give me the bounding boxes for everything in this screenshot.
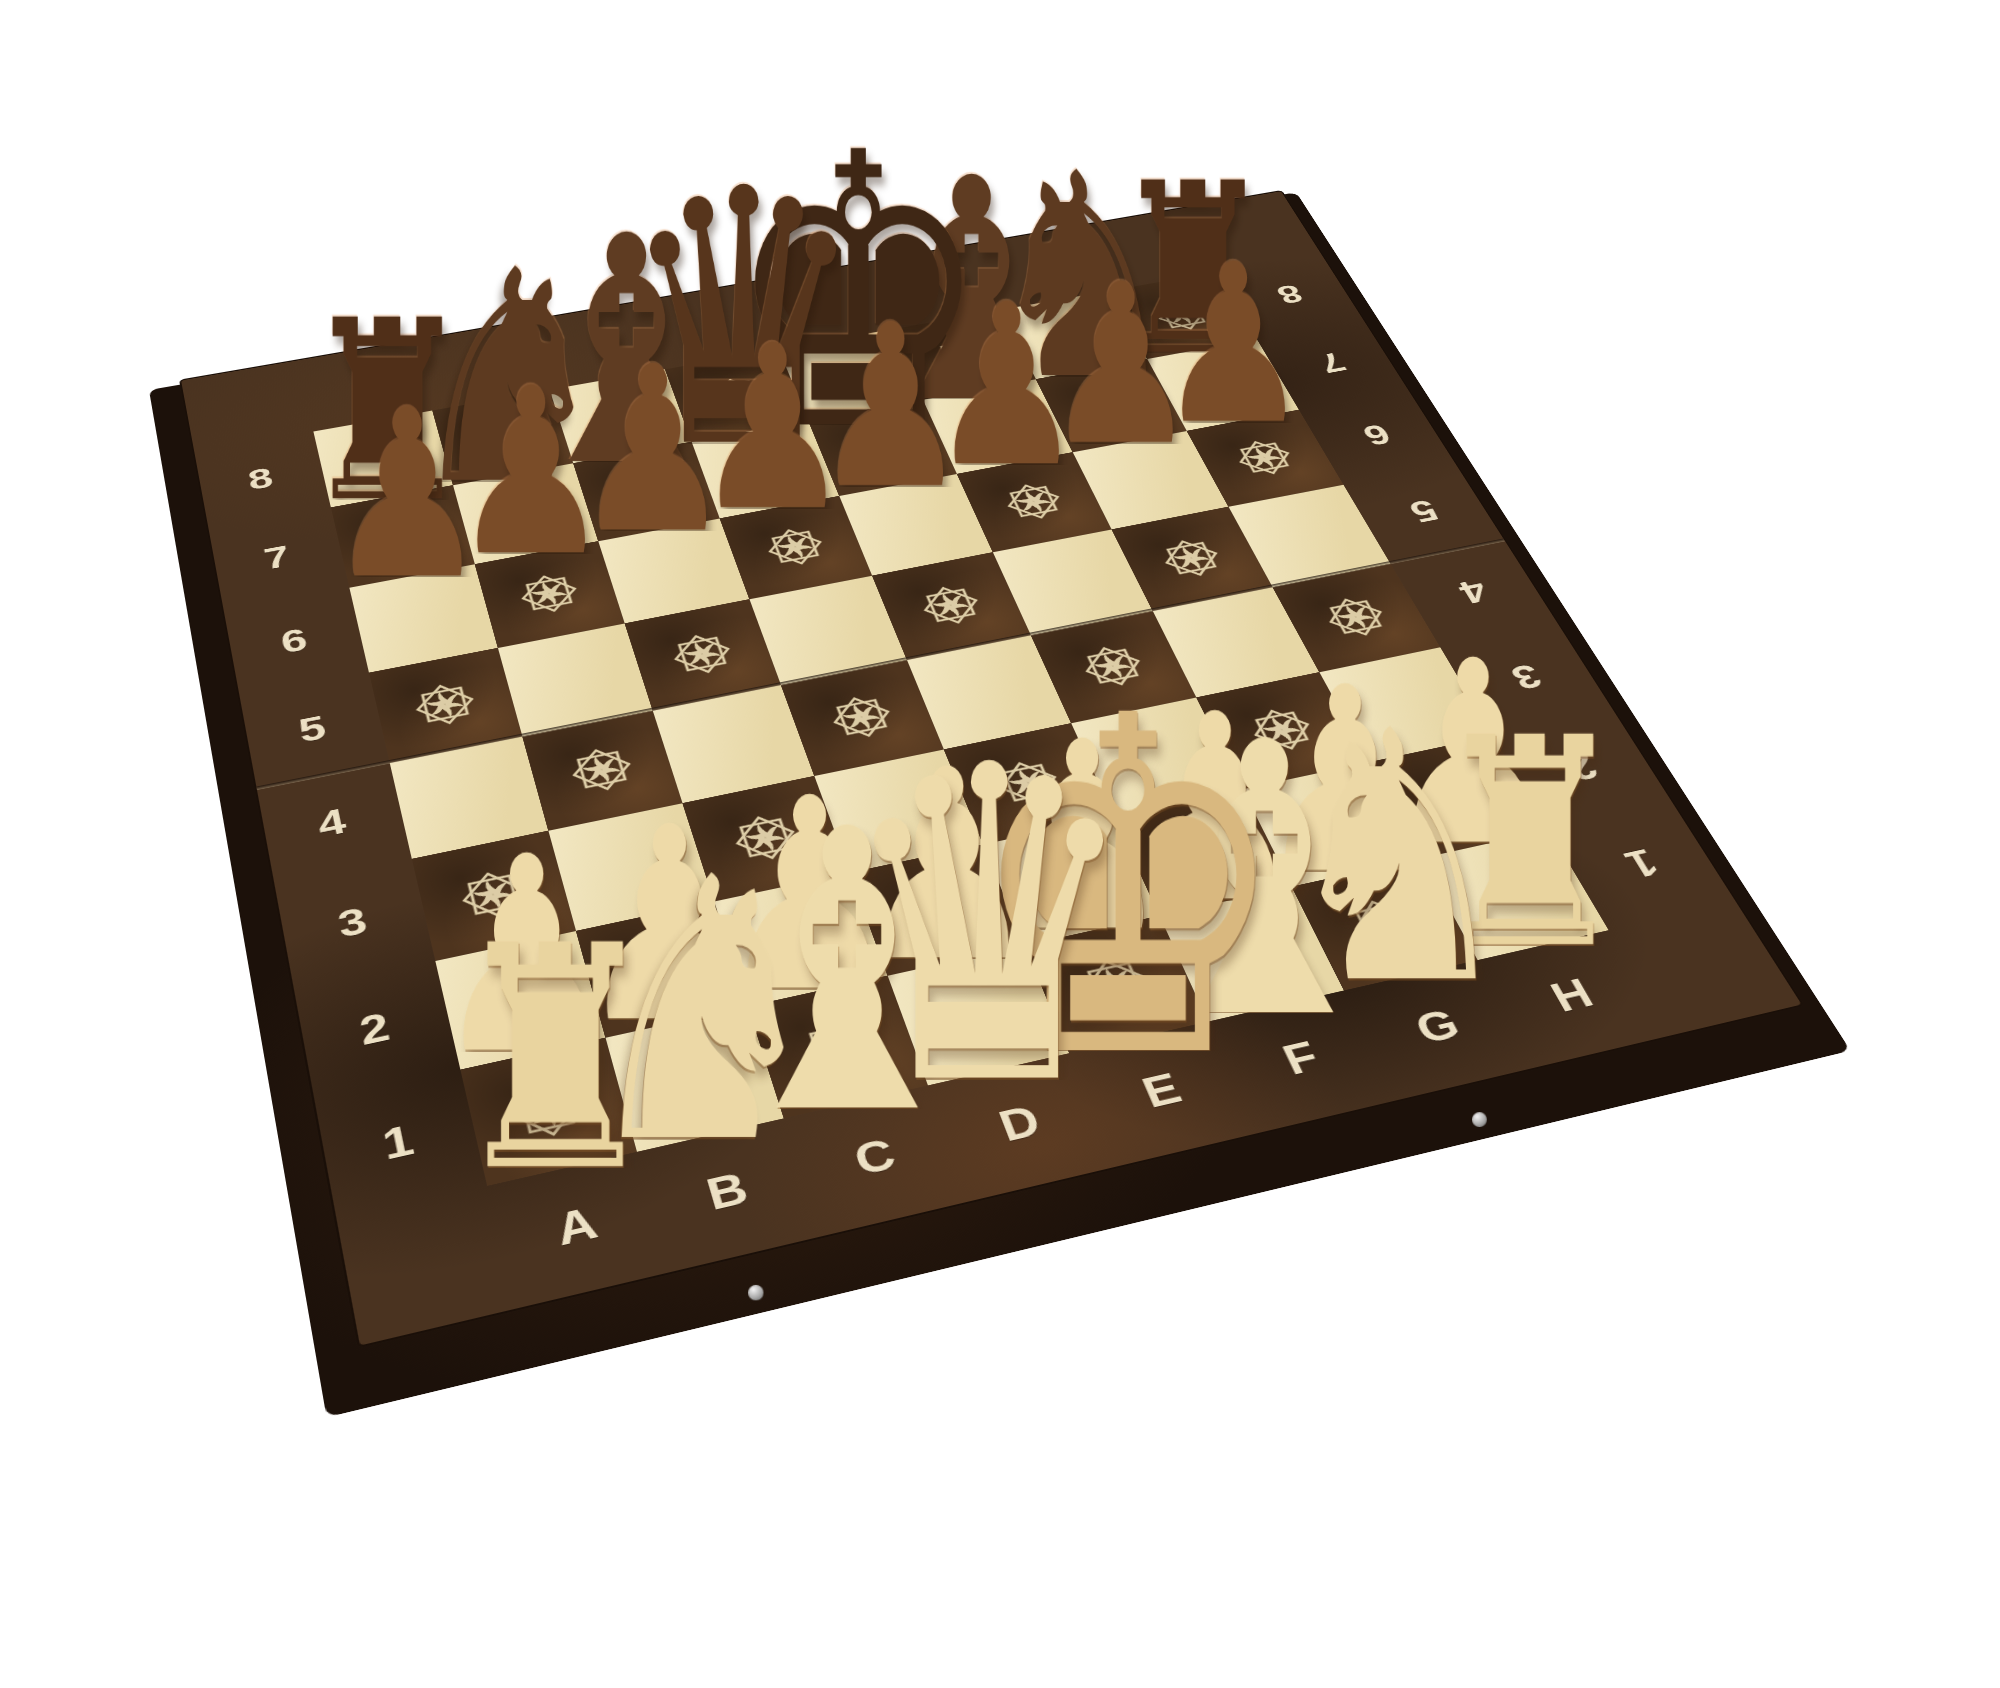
chess-board: 8765432187654321ABCDEFGH♜♞♝♛♚♝♞♜♟♟♟♟♟♟♟♟… bbox=[179, 190, 1805, 1348]
photo-stage: Wooden folding chess set, overhead persp… bbox=[0, 0, 2000, 1688]
clasp-pin-right bbox=[1472, 1112, 1487, 1127]
clasp-pin-left bbox=[748, 1285, 764, 1301]
